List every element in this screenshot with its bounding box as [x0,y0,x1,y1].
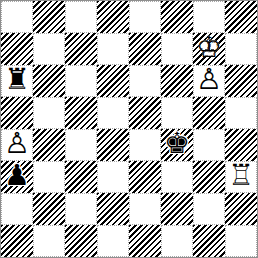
square-h6[interactable] [225,65,257,97]
square-d7[interactable] [97,33,129,65]
square-b5[interactable] [33,97,65,129]
square-g5[interactable] [193,97,225,129]
square-d8[interactable] [97,1,129,33]
piece-glyph: ♜ [4,65,30,94]
board-frame: ♚♔♜♟♙♟♙♚♟♜♖ [0,0,258,258]
square-d5[interactable] [97,97,129,129]
square-e1[interactable] [129,225,161,257]
piece-black-pawn[interactable]: ♟ [1,161,33,193]
square-h1[interactable] [225,225,257,257]
square-h8[interactable] [225,1,257,33]
square-b2[interactable] [33,193,65,225]
square-a5[interactable] [1,97,33,129]
chess-board: ♚♔♜♟♙♟♙♚♟♜♖ [1,1,257,257]
square-e4[interactable] [129,129,161,161]
square-e6[interactable] [129,65,161,97]
square-h5[interactable] [225,97,257,129]
square-g4[interactable] [193,129,225,161]
piece-black-rook[interactable]: ♜ [2,66,32,96]
square-f2[interactable] [161,193,193,225]
square-f3[interactable] [161,161,193,193]
square-b3[interactable] [33,161,65,193]
square-a3[interactable]: ♟ [1,161,33,193]
piece-outline-glyph: ♙ [196,65,222,94]
piece-outline-glyph: ♖ [228,161,254,190]
square-b4[interactable] [33,129,65,161]
square-e2[interactable] [129,193,161,225]
square-h4[interactable] [225,129,257,161]
square-c5[interactable] [65,97,97,129]
piece-white-king[interactable]: ♚♔ [193,33,225,65]
square-c6[interactable] [65,65,97,97]
square-f4[interactable]: ♚ [161,129,193,161]
square-a4[interactable]: ♟♙ [1,129,33,161]
square-b8[interactable] [33,1,65,33]
square-a2[interactable] [1,193,33,225]
square-e7[interactable] [129,33,161,65]
piece-glyph: ♟ [4,161,30,190]
square-b7[interactable] [33,33,65,65]
square-g2[interactable] [193,193,225,225]
square-f1[interactable] [161,225,193,257]
square-h3[interactable]: ♜♖ [225,161,257,193]
square-d1[interactable] [97,225,129,257]
square-g3[interactable] [193,161,225,193]
square-d3[interactable] [97,161,129,193]
square-h2[interactable] [225,193,257,225]
square-h7[interactable] [225,33,257,65]
piece-glyph: ♚ [164,129,190,158]
square-g7[interactable]: ♚♔ [193,33,225,65]
square-c1[interactable] [65,225,97,257]
square-d4[interactable] [97,129,129,161]
square-c4[interactable] [65,129,97,161]
square-g8[interactable] [193,1,225,33]
square-d6[interactable] [97,65,129,97]
piece-black-king[interactable]: ♚ [161,129,193,161]
square-a8[interactable] [1,1,33,33]
square-c8[interactable] [65,1,97,33]
square-a6[interactable]: ♜ [1,65,33,97]
square-e5[interactable] [129,97,161,129]
piece-white-rook[interactable]: ♜♖ [226,162,256,192]
square-f5[interactable] [161,97,193,129]
square-f7[interactable] [161,33,193,65]
piece-outline-glyph: ♙ [4,129,30,158]
piece-white-pawn[interactable]: ♟♙ [2,130,32,160]
square-a7[interactable] [1,33,33,65]
square-d2[interactable] [97,193,129,225]
square-c7[interactable] [65,33,97,65]
piece-outline-glyph: ♔ [196,33,222,62]
square-f8[interactable] [161,1,193,33]
square-g1[interactable] [193,225,225,257]
piece-white-pawn[interactable]: ♟♙ [194,66,224,96]
square-b6[interactable] [33,65,65,97]
square-c2[interactable] [65,193,97,225]
square-a1[interactable] [1,225,33,257]
square-e8[interactable] [129,1,161,33]
square-g6[interactable]: ♟♙ [193,65,225,97]
square-b1[interactable] [33,225,65,257]
square-e3[interactable] [129,161,161,193]
square-f6[interactable] [161,65,193,97]
square-c3[interactable] [65,161,97,193]
